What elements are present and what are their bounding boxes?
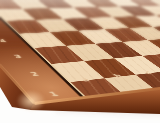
corner-reflection-highlight (16, 90, 46, 112)
rank-label-4: 4 (0, 39, 14, 44)
rank-label-2: 2 (23, 71, 47, 78)
board-squares (0, 0, 160, 104)
rank-label-3: 3 (7, 54, 29, 60)
board-perspective-wrap: 87654321 abcdefgh (0, 0, 160, 123)
chessboard-photo: 87654321 abcdefgh (0, 0, 160, 123)
